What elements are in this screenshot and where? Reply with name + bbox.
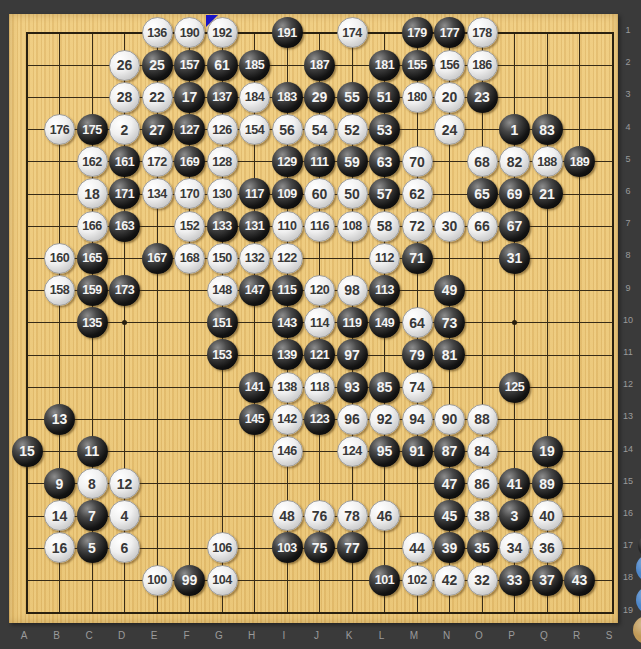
- stone-move-number: 74: [409, 379, 425, 395]
- stone-B13[interactable]: 13: [44, 404, 75, 435]
- stone-move-number: 154: [245, 123, 265, 137]
- stone-move-number: 42: [442, 572, 458, 588]
- stone-move-number: 148: [212, 283, 232, 297]
- stone-G2[interactable]: 61: [207, 50, 238, 81]
- stone-H4[interactable]: 154: [239, 114, 270, 145]
- stone-D2[interactable]: 26: [109, 50, 140, 81]
- stone-P16[interactable]: 3: [499, 500, 530, 531]
- stone-move-number: 47: [442, 476, 458, 492]
- stone-move-number: 19: [539, 443, 555, 459]
- stone-P4[interactable]: 1: [499, 114, 530, 145]
- stone-C4[interactable]: 175: [77, 114, 108, 145]
- stone-L13[interactable]: 92: [369, 404, 400, 435]
- stone-G11[interactable]: 153: [207, 339, 238, 370]
- stone-Q15[interactable]: 89: [532, 468, 563, 499]
- stone-M17[interactable]: 44: [402, 532, 433, 563]
- stone-L2[interactable]: 181: [369, 50, 400, 81]
- stone-F6[interactable]: 170: [174, 178, 205, 209]
- stone-I6[interactable]: 109: [272, 178, 303, 209]
- stone-H9[interactable]: 147: [239, 275, 270, 306]
- stone-O6[interactable]: 65: [467, 178, 498, 209]
- stone-move-number: 79: [409, 347, 425, 363]
- stone-O18[interactable]: 32: [467, 565, 498, 596]
- stone-move-number: 156: [440, 58, 460, 72]
- stone-move-number: 136: [147, 26, 167, 40]
- stone-L8[interactable]: 112: [369, 243, 400, 274]
- stone-E18[interactable]: 100: [142, 565, 173, 596]
- stone-move-number: 84: [474, 443, 490, 459]
- stone-G18[interactable]: 104: [207, 565, 238, 596]
- stone-J13[interactable]: 123: [304, 404, 335, 435]
- stone-H13[interactable]: 145: [239, 404, 270, 435]
- stone-move-number: 177: [440, 26, 460, 40]
- stone-move-number: 171: [115, 187, 135, 201]
- stone-I17[interactable]: 103: [272, 532, 303, 563]
- stone-P15[interactable]: 41: [499, 468, 530, 499]
- stone-I13[interactable]: 142: [272, 404, 303, 435]
- stone-move-number: 91: [409, 443, 425, 459]
- stone-L6[interactable]: 57: [369, 178, 400, 209]
- stone-H12[interactable]: 141: [239, 372, 270, 403]
- stone-F2[interactable]: 157: [174, 50, 205, 81]
- stone-K1[interactable]: 174: [337, 17, 368, 48]
- stone-L18[interactable]: 101: [369, 565, 400, 596]
- stone-move-number: 8: [88, 476, 96, 492]
- column-label-K: K: [339, 630, 359, 641]
- stone-K6[interactable]: 50: [337, 178, 368, 209]
- row-label-8: 8: [617, 250, 639, 260]
- stone-O13[interactable]: 88: [467, 404, 498, 435]
- stone-O15[interactable]: 86: [467, 468, 498, 499]
- stone-I10[interactable]: 143: [272, 307, 303, 338]
- stone-D17[interactable]: 6: [109, 532, 140, 563]
- stone-D7[interactable]: 163: [109, 211, 140, 242]
- stone-E5[interactable]: 172: [142, 146, 173, 177]
- stone-O1[interactable]: 178: [467, 17, 498, 48]
- stone-move-number: 18: [84, 186, 100, 202]
- stone-N17[interactable]: 39: [434, 532, 465, 563]
- stone-G6[interactable]: 130: [207, 178, 238, 209]
- stone-B4[interactable]: 176: [44, 114, 75, 145]
- stone-K13[interactable]: 96: [337, 404, 368, 435]
- stone-N16[interactable]: 45: [434, 500, 465, 531]
- stone-move-number: 22: [149, 89, 165, 105]
- stone-Q6[interactable]: 21: [532, 178, 563, 209]
- stone-N18[interactable]: 42: [434, 565, 465, 596]
- stone-move-number: 190: [180, 26, 200, 40]
- stone-J3[interactable]: 29: [304, 82, 335, 113]
- stone-J7[interactable]: 116: [304, 211, 335, 242]
- stone-I16[interactable]: 48: [272, 500, 303, 531]
- stone-D16[interactable]: 4: [109, 500, 140, 531]
- stone-P5[interactable]: 82: [499, 146, 530, 177]
- stone-K9[interactable]: 98: [337, 275, 368, 306]
- stone-move-number: 71: [409, 250, 425, 266]
- stone-C14[interactable]: 11: [77, 436, 108, 467]
- stone-H7[interactable]: 131: [239, 211, 270, 242]
- stone-move-number: 116: [310, 219, 329, 233]
- stone-move-number: 69: [507, 186, 523, 202]
- stone-move-number: 175: [82, 123, 102, 137]
- stone-L16[interactable]: 46: [369, 500, 400, 531]
- stone-G7[interactable]: 133: [207, 211, 238, 242]
- stone-N11[interactable]: 81: [434, 339, 465, 370]
- row-label-4: 4: [617, 122, 639, 132]
- stone-move-number: 58: [377, 218, 393, 234]
- stone-G8[interactable]: 150: [207, 243, 238, 274]
- stone-move-number: 3: [511, 508, 519, 524]
- stone-O17[interactable]: 35: [467, 532, 498, 563]
- stone-move-number: 7: [88, 508, 96, 524]
- stone-D5[interactable]: 161: [109, 146, 140, 177]
- column-label-S: S: [599, 630, 619, 641]
- stone-move-number: 44: [409, 540, 425, 556]
- stone-move-number: 6: [121, 540, 129, 556]
- stone-M11[interactable]: 79: [402, 339, 433, 370]
- stone-N7[interactable]: 30: [434, 211, 465, 242]
- stone-move-number: 21: [539, 186, 555, 202]
- stone-move-number: 101: [375, 573, 395, 587]
- stone-M2[interactable]: 155: [402, 50, 433, 81]
- stone-K7[interactable]: 108: [337, 211, 368, 242]
- stone-C7[interactable]: 166: [77, 211, 108, 242]
- stone-move-number: 103: [277, 541, 297, 555]
- stone-P17[interactable]: 34: [499, 532, 530, 563]
- stone-J16[interactable]: 76: [304, 500, 335, 531]
- stone-move-number: 138: [277, 380, 297, 394]
- stone-M8[interactable]: 71: [402, 243, 433, 274]
- stone-F3[interactable]: 17: [174, 82, 205, 113]
- stone-K16[interactable]: 78: [337, 500, 368, 531]
- stone-B8[interactable]: 160: [44, 243, 75, 274]
- stone-move-number: 110: [278, 219, 297, 233]
- stone-J4[interactable]: 54: [304, 114, 335, 145]
- stone-move-number: 26: [117, 57, 133, 73]
- stone-move-number: 137: [212, 90, 232, 104]
- stone-move-number: 30: [442, 218, 458, 234]
- stone-move-number: 93: [344, 379, 360, 395]
- stone-move-number: 188: [537, 155, 557, 169]
- stone-E3[interactable]: 22: [142, 82, 173, 113]
- stone-J2[interactable]: 187: [304, 50, 335, 81]
- stone-K12[interactable]: 93: [337, 372, 368, 403]
- stone-move-number: 134: [147, 187, 167, 201]
- stone-I7[interactable]: 110: [272, 211, 303, 242]
- stone-Q5[interactable]: 188: [532, 146, 563, 177]
- stone-G9[interactable]: 148: [207, 275, 238, 306]
- stone-H3[interactable]: 184: [239, 82, 270, 113]
- stone-move-number: 114: [310, 316, 329, 330]
- stone-L7[interactable]: 58: [369, 211, 400, 242]
- stone-move-number: 117: [245, 187, 264, 201]
- stone-F5[interactable]: 169: [174, 146, 205, 177]
- stone-move-number: 33: [507, 572, 523, 588]
- stone-move-number: 111: [310, 155, 328, 169]
- stone-C6[interactable]: 18: [77, 178, 108, 209]
- stone-move-number: 62: [409, 186, 425, 202]
- stone-move-number: 76: [312, 508, 328, 524]
- stone-J11[interactable]: 121: [304, 339, 335, 370]
- stone-N1[interactable]: 177: [434, 17, 465, 48]
- stone-L10[interactable]: 149: [369, 307, 400, 338]
- stone-G17[interactable]: 106: [207, 532, 238, 563]
- stone-move-number: 57: [377, 186, 393, 202]
- column-label-D: D: [112, 630, 132, 641]
- stone-K3[interactable]: 55: [337, 82, 368, 113]
- stone-move-number: 102: [407, 573, 427, 587]
- stone-move-number: 73: [442, 315, 458, 331]
- column-label-N: N: [437, 630, 457, 641]
- stone-M12[interactable]: 74: [402, 372, 433, 403]
- stone-I11[interactable]: 139: [272, 339, 303, 370]
- column-label-A: A: [14, 630, 34, 641]
- stone-move-number: 53: [377, 122, 393, 138]
- stone-K4[interactable]: 52: [337, 114, 368, 145]
- row-label-14: 14: [617, 444, 639, 454]
- stone-move-number: 179: [407, 26, 427, 40]
- stone-O16[interactable]: 38: [467, 500, 498, 531]
- stone-move-number: 100: [147, 573, 167, 587]
- stone-L4[interactable]: 53: [369, 114, 400, 145]
- stone-B17[interactable]: 16: [44, 532, 75, 563]
- stone-move-number: 66: [474, 218, 490, 234]
- stone-B15[interactable]: 9: [44, 468, 75, 499]
- stone-N13[interactable]: 90: [434, 404, 465, 435]
- stone-F1[interactable]: 190: [174, 17, 205, 48]
- stone-L3[interactable]: 51: [369, 82, 400, 113]
- stone-Q14[interactable]: 19: [532, 436, 563, 467]
- stone-move-number: 63: [377, 154, 393, 170]
- stone-move-number: 173: [115, 283, 135, 297]
- stone-O5[interactable]: 68: [467, 146, 498, 177]
- stone-M14[interactable]: 91: [402, 436, 433, 467]
- stone-L14[interactable]: 95: [369, 436, 400, 467]
- stone-move-number: 170: [180, 187, 200, 201]
- stone-F7[interactable]: 152: [174, 211, 205, 242]
- stone-L9[interactable]: 113: [369, 275, 400, 306]
- column-label-C: C: [79, 630, 99, 641]
- stone-C10[interactable]: 135: [77, 307, 108, 338]
- column-label-F: F: [177, 630, 197, 641]
- stone-G10[interactable]: 151: [207, 307, 238, 338]
- stone-P8[interactable]: 31: [499, 243, 530, 274]
- stone-move-number: 77: [344, 540, 360, 556]
- stone-A14[interactable]: 15: [12, 436, 43, 467]
- stone-grid[interactable]: 1361901921911741791771782625157611851871…: [11, 17, 629, 629]
- stone-C8[interactable]: 165: [77, 243, 108, 274]
- stone-E2[interactable]: 25: [142, 50, 173, 81]
- stone-move-number: 168: [180, 251, 200, 265]
- stone-G5[interactable]: 128: [207, 146, 238, 177]
- stone-move-number: 78: [344, 508, 360, 524]
- stone-N3[interactable]: 20: [434, 82, 465, 113]
- stone-L12[interactable]: 85: [369, 372, 400, 403]
- stone-move-number: 185: [245, 58, 265, 72]
- stone-move-number: 59: [344, 154, 360, 170]
- stone-move-number: 166: [82, 219, 102, 233]
- stone-I12[interactable]: 138: [272, 372, 303, 403]
- stone-J6[interactable]: 60: [304, 178, 335, 209]
- stone-E6[interactable]: 134: [142, 178, 173, 209]
- stone-move-number: 159: [82, 283, 102, 297]
- stone-move-number: 28: [117, 89, 133, 105]
- stone-move-number: 38: [474, 508, 490, 524]
- stone-move-number: 176: [50, 123, 70, 137]
- stone-move-number: 139: [277, 348, 297, 362]
- stone-move-number: 126: [212, 123, 232, 137]
- stone-R18[interactable]: 43: [564, 565, 595, 596]
- stone-P6[interactable]: 69: [499, 178, 530, 209]
- stone-P12[interactable]: 125: [499, 372, 530, 403]
- stone-B16[interactable]: 14: [44, 500, 75, 531]
- stone-move-number: 187: [310, 58, 330, 72]
- stone-M18[interactable]: 102: [402, 565, 433, 596]
- stone-move-number: 124: [342, 444, 362, 458]
- stone-Q4[interactable]: 83: [532, 114, 563, 145]
- stone-M10[interactable]: 64: [402, 307, 433, 338]
- stone-I14[interactable]: 146: [272, 436, 303, 467]
- stone-J9[interactable]: 120: [304, 275, 335, 306]
- stone-move-number: 127: [180, 123, 200, 137]
- row-label-16: 16: [617, 508, 639, 518]
- stone-move-number: 1: [511, 122, 519, 138]
- stone-move-number: 48: [279, 508, 295, 524]
- stone-K17[interactable]: 77: [337, 532, 368, 563]
- stone-move-number: 112: [375, 251, 394, 265]
- stone-F8[interactable]: 168: [174, 243, 205, 274]
- stone-move-number: 94: [409, 411, 425, 427]
- stone-move-number: 180: [407, 90, 427, 104]
- stone-G4[interactable]: 126: [207, 114, 238, 145]
- stone-I1[interactable]: 191: [272, 17, 303, 48]
- stone-N9[interactable]: 49: [434, 275, 465, 306]
- stone-R5[interactable]: 189: [564, 146, 595, 177]
- stone-M3[interactable]: 180: [402, 82, 433, 113]
- stone-C5[interactable]: 162: [77, 146, 108, 177]
- stone-B9[interactable]: 158: [44, 275, 75, 306]
- stone-move-number: 37: [539, 572, 555, 588]
- stone-O3[interactable]: 23: [467, 82, 498, 113]
- stone-move-number: 158: [50, 283, 70, 297]
- stone-O7[interactable]: 66: [467, 211, 498, 242]
- row-label-13: 13: [617, 411, 639, 421]
- row-label-15: 15: [617, 476, 639, 486]
- edge-button-tan[interactable]: [633, 616, 641, 644]
- stone-N2[interactable]: 156: [434, 50, 465, 81]
- stone-move-number: 120: [310, 283, 330, 297]
- stone-I5[interactable]: 129: [272, 146, 303, 177]
- stone-E1[interactable]: 136: [142, 17, 173, 48]
- stone-move-number: 50: [344, 186, 360, 202]
- stone-D9[interactable]: 173: [109, 275, 140, 306]
- stone-H6[interactable]: 117: [239, 178, 270, 209]
- stone-I9[interactable]: 115: [272, 275, 303, 306]
- stone-G1[interactable]: 192: [207, 17, 238, 48]
- stone-K14[interactable]: 124: [337, 436, 368, 467]
- stone-E8[interactable]: 167: [142, 243, 173, 274]
- stone-N4[interactable]: 24: [434, 114, 465, 145]
- stone-K5[interactable]: 59: [337, 146, 368, 177]
- column-label-I: I: [274, 630, 294, 641]
- stone-C9[interactable]: 159: [77, 275, 108, 306]
- stone-move-number: 5: [88, 540, 96, 556]
- stone-N14[interactable]: 87: [434, 436, 465, 467]
- stone-J10[interactable]: 114: [304, 307, 335, 338]
- stone-P18[interactable]: 33: [499, 565, 530, 596]
- stone-move-number: 56: [279, 122, 295, 138]
- stone-O14[interactable]: 84: [467, 436, 498, 467]
- stone-Q18[interactable]: 37: [532, 565, 563, 596]
- stone-N15[interactable]: 47: [434, 468, 465, 499]
- stone-move-number: 85: [377, 379, 393, 395]
- stone-M5[interactable]: 70: [402, 146, 433, 177]
- stone-move-number: 99: [182, 572, 198, 588]
- stone-J17[interactable]: 75: [304, 532, 335, 563]
- stone-D3[interactable]: 28: [109, 82, 140, 113]
- row-label-2: 2: [617, 57, 639, 67]
- stone-move-number: 64: [409, 315, 425, 331]
- stone-E4[interactable]: 27: [142, 114, 173, 145]
- stone-D15[interactable]: 12: [109, 468, 140, 499]
- stone-move-number: 51: [377, 89, 393, 105]
- column-label-E: E: [144, 630, 164, 641]
- stone-K10[interactable]: 119: [337, 307, 368, 338]
- stone-H8[interactable]: 132: [239, 243, 270, 274]
- stone-move-number: 17: [182, 89, 198, 105]
- stone-I8[interactable]: 122: [272, 243, 303, 274]
- stone-Q16[interactable]: 40: [532, 500, 563, 531]
- stone-move-number: 109: [277, 187, 297, 201]
- stone-move-number: 165: [82, 251, 102, 265]
- row-label-5: 5: [617, 154, 639, 164]
- stone-H2[interactable]: 185: [239, 50, 270, 81]
- stone-move-number: 39: [442, 540, 458, 556]
- stone-move-number: 113: [375, 283, 394, 297]
- stone-I3[interactable]: 183: [272, 82, 303, 113]
- stone-C16[interactable]: 7: [77, 500, 108, 531]
- stone-M6[interactable]: 62: [402, 178, 433, 209]
- stone-M1[interactable]: 179: [402, 17, 433, 48]
- stone-move-number: 181: [375, 58, 395, 72]
- stone-move-number: 35: [474, 540, 490, 556]
- stone-K11[interactable]: 97: [337, 339, 368, 370]
- stone-move-number: 161: [115, 155, 135, 169]
- stone-Q17[interactable]: 36: [532, 532, 563, 563]
- stone-F18[interactable]: 99: [174, 565, 205, 596]
- stone-F4[interactable]: 127: [174, 114, 205, 145]
- stone-move-number: 16: [52, 540, 68, 556]
- stone-L5[interactable]: 63: [369, 146, 400, 177]
- stone-J12[interactable]: 118: [304, 372, 335, 403]
- stone-P7[interactable]: 67: [499, 211, 530, 242]
- stone-C15[interactable]: 8: [77, 468, 108, 499]
- row-label-12: 12: [617, 379, 639, 389]
- stone-C17[interactable]: 5: [77, 532, 108, 563]
- stone-move-number: 141: [245, 380, 265, 394]
- stone-J5[interactable]: 111: [304, 146, 335, 177]
- stone-D4[interactable]: 2: [109, 114, 140, 145]
- stone-N10[interactable]: 73: [434, 307, 465, 338]
- stone-G3[interactable]: 137: [207, 82, 238, 113]
- stone-M13[interactable]: 94: [402, 404, 433, 435]
- stone-D6[interactable]: 171: [109, 178, 140, 209]
- stone-O2[interactable]: 186: [467, 50, 498, 81]
- stone-move-number: 145: [245, 412, 265, 426]
- stone-M7[interactable]: 72: [402, 211, 433, 242]
- stone-I4[interactable]: 56: [272, 114, 303, 145]
- stone-move-number: 96: [344, 411, 360, 427]
- column-label-G: G: [209, 630, 229, 641]
